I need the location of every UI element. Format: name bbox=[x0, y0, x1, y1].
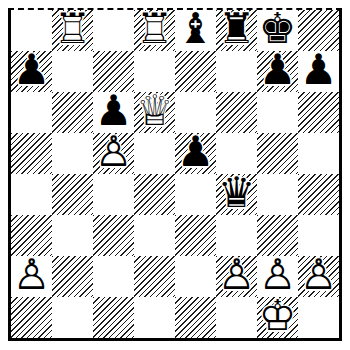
chess-board-frame: ♜♖♜♖♝♝♜♜♚♚♟♟♟♟♟♟♟♟♛♕♟♙♟♟♛♛♟♙♟♙♟♙♟♙♚♔ bbox=[8, 8, 342, 341]
square-a4[interactable] bbox=[11, 174, 52, 215]
piece-ink-layer: ♟ bbox=[300, 49, 338, 91]
square-e2[interactable] bbox=[175, 256, 216, 297]
square-e6[interactable] bbox=[175, 92, 216, 133]
square-f3[interactable] bbox=[216, 215, 257, 256]
square-h8[interactable] bbox=[298, 10, 339, 51]
piece-white-queen: ♛♕ bbox=[134, 92, 175, 133]
square-h2[interactable]: ♟♙ bbox=[298, 256, 339, 297]
piece-ink-layer: ♙ bbox=[300, 254, 338, 296]
square-f4[interactable]: ♛♛ bbox=[216, 174, 257, 215]
piece-black-rook: ♜♜ bbox=[216, 10, 257, 51]
piece-ink-layer: ♚ bbox=[259, 8, 297, 50]
square-c3[interactable] bbox=[93, 215, 134, 256]
square-b1[interactable] bbox=[52, 297, 93, 338]
piece-fill-layer: ♟ bbox=[300, 49, 338, 91]
piece-white-rook: ♜♖ bbox=[134, 10, 175, 51]
square-a2[interactable]: ♟♙ bbox=[11, 256, 52, 297]
square-f8[interactable]: ♜♜ bbox=[216, 10, 257, 51]
piece-black-bishop: ♝♝ bbox=[175, 10, 216, 51]
piece-black-pawn: ♟♟ bbox=[11, 51, 52, 92]
square-g8[interactable]: ♚♚ bbox=[257, 10, 298, 51]
square-d5[interactable] bbox=[134, 133, 175, 174]
piece-fill-layer: ♝ bbox=[177, 8, 215, 50]
square-d8[interactable]: ♜♖ bbox=[134, 10, 175, 51]
piece-ink-layer: ♙ bbox=[218, 254, 256, 296]
square-c4[interactable] bbox=[93, 174, 134, 215]
square-c5[interactable]: ♟♙ bbox=[93, 133, 134, 174]
square-b2[interactable] bbox=[52, 256, 93, 297]
piece-black-pawn: ♟♟ bbox=[257, 51, 298, 92]
piece-ink-layer: ♖ bbox=[136, 8, 174, 50]
piece-fill-layer: ♟ bbox=[13, 254, 51, 296]
piece-black-pawn: ♟♟ bbox=[175, 133, 216, 174]
square-d6[interactable]: ♛♕ bbox=[134, 92, 175, 133]
piece-fill-layer: ♜ bbox=[218, 8, 256, 50]
piece-white-pawn: ♟♙ bbox=[93, 133, 134, 174]
square-a5[interactable] bbox=[11, 133, 52, 174]
square-a7[interactable]: ♟♟ bbox=[11, 51, 52, 92]
square-b8[interactable]: ♜♖ bbox=[52, 10, 93, 51]
piece-white-pawn: ♟♙ bbox=[216, 256, 257, 297]
piece-fill-layer: ♟ bbox=[259, 49, 297, 91]
square-b3[interactable] bbox=[52, 215, 93, 256]
square-f6[interactable] bbox=[216, 92, 257, 133]
piece-white-king: ♚♔ bbox=[257, 297, 298, 338]
square-b5[interactable] bbox=[52, 133, 93, 174]
piece-fill-layer: ♟ bbox=[95, 131, 133, 173]
piece-ink-layer: ♙ bbox=[13, 254, 51, 296]
square-a8[interactable] bbox=[11, 10, 52, 51]
square-e5[interactable]: ♟♟ bbox=[175, 133, 216, 174]
square-e4[interactable] bbox=[175, 174, 216, 215]
square-a6[interactable] bbox=[11, 92, 52, 133]
square-b6[interactable] bbox=[52, 92, 93, 133]
piece-black-king: ♚♚ bbox=[257, 10, 298, 51]
piece-ink-layer: ♟ bbox=[177, 131, 215, 173]
piece-fill-layer: ♜ bbox=[54, 8, 92, 50]
square-g2[interactable]: ♟♙ bbox=[257, 256, 298, 297]
square-c7[interactable] bbox=[93, 51, 134, 92]
square-e8[interactable]: ♝♝ bbox=[175, 10, 216, 51]
piece-fill-layer: ♟ bbox=[300, 254, 338, 296]
square-h7[interactable]: ♟♟ bbox=[298, 51, 339, 92]
piece-white-pawn: ♟♙ bbox=[257, 256, 298, 297]
piece-white-pawn: ♟♙ bbox=[11, 256, 52, 297]
piece-ink-layer: ♟ bbox=[259, 49, 297, 91]
square-h5[interactable] bbox=[298, 133, 339, 174]
piece-fill-layer: ♟ bbox=[13, 49, 51, 91]
square-g7[interactable]: ♟♟ bbox=[257, 51, 298, 92]
square-c8[interactable] bbox=[93, 10, 134, 51]
square-b7[interactable] bbox=[52, 51, 93, 92]
square-c1[interactable] bbox=[93, 297, 134, 338]
square-d1[interactable] bbox=[134, 297, 175, 338]
square-h1[interactable] bbox=[298, 297, 339, 338]
piece-ink-layer: ♝ bbox=[177, 8, 215, 50]
chess-board: ♜♖♜♖♝♝♜♜♚♚♟♟♟♟♟♟♟♟♛♕♟♙♟♟♛♛♟♙♟♙♟♙♟♙♚♔ bbox=[11, 10, 339, 338]
square-e1[interactable] bbox=[175, 297, 216, 338]
piece-fill-layer: ♛ bbox=[218, 172, 256, 214]
piece-black-pawn: ♟♟ bbox=[298, 51, 339, 92]
piece-fill-layer: ♟ bbox=[95, 90, 133, 132]
square-h4[interactable] bbox=[298, 174, 339, 215]
square-d3[interactable] bbox=[134, 215, 175, 256]
piece-ink-layer: ♖ bbox=[54, 8, 92, 50]
piece-fill-layer: ♟ bbox=[177, 131, 215, 173]
piece-white-rook: ♜♖ bbox=[52, 10, 93, 51]
piece-fill-layer: ♟ bbox=[218, 254, 256, 296]
square-c2[interactable] bbox=[93, 256, 134, 297]
square-g1[interactable]: ♚♔ bbox=[257, 297, 298, 338]
square-g3[interactable] bbox=[257, 215, 298, 256]
piece-ink-layer: ♕ bbox=[136, 90, 174, 132]
piece-ink-layer: ♟ bbox=[95, 90, 133, 132]
piece-ink-layer: ♙ bbox=[259, 254, 297, 296]
square-d7[interactable] bbox=[134, 51, 175, 92]
piece-ink-layer: ♔ bbox=[259, 295, 297, 337]
piece-fill-layer: ♚ bbox=[259, 8, 297, 50]
piece-ink-layer: ♛ bbox=[218, 172, 256, 214]
piece-ink-layer: ♙ bbox=[95, 131, 133, 173]
square-d2[interactable] bbox=[134, 256, 175, 297]
piece-white-pawn: ♟♙ bbox=[298, 256, 339, 297]
square-g4[interactable] bbox=[257, 174, 298, 215]
piece-black-queen: ♛♛ bbox=[216, 174, 257, 215]
square-d4[interactable] bbox=[134, 174, 175, 215]
square-f5[interactable] bbox=[216, 133, 257, 174]
square-h6[interactable] bbox=[298, 92, 339, 133]
square-f1[interactable] bbox=[216, 297, 257, 338]
piece-ink-layer: ♜ bbox=[218, 8, 256, 50]
piece-fill-layer: ♟ bbox=[259, 254, 297, 296]
square-b4[interactable] bbox=[52, 174, 93, 215]
square-g5[interactable] bbox=[257, 133, 298, 174]
square-f7[interactable] bbox=[216, 51, 257, 92]
piece-fill-layer: ♚ bbox=[259, 295, 297, 337]
piece-ink-layer: ♟ bbox=[13, 49, 51, 91]
square-e7[interactable] bbox=[175, 51, 216, 92]
square-f2[interactable]: ♟♙ bbox=[216, 256, 257, 297]
square-c6[interactable]: ♟♟ bbox=[93, 92, 134, 133]
piece-fill-layer: ♛ bbox=[136, 90, 174, 132]
square-a1[interactable] bbox=[11, 297, 52, 338]
piece-black-pawn: ♟♟ bbox=[93, 92, 134, 133]
piece-fill-layer: ♜ bbox=[136, 8, 174, 50]
square-a3[interactable] bbox=[11, 215, 52, 256]
square-e3[interactable] bbox=[175, 215, 216, 256]
square-g6[interactable] bbox=[257, 92, 298, 133]
square-h3[interactable] bbox=[298, 215, 339, 256]
